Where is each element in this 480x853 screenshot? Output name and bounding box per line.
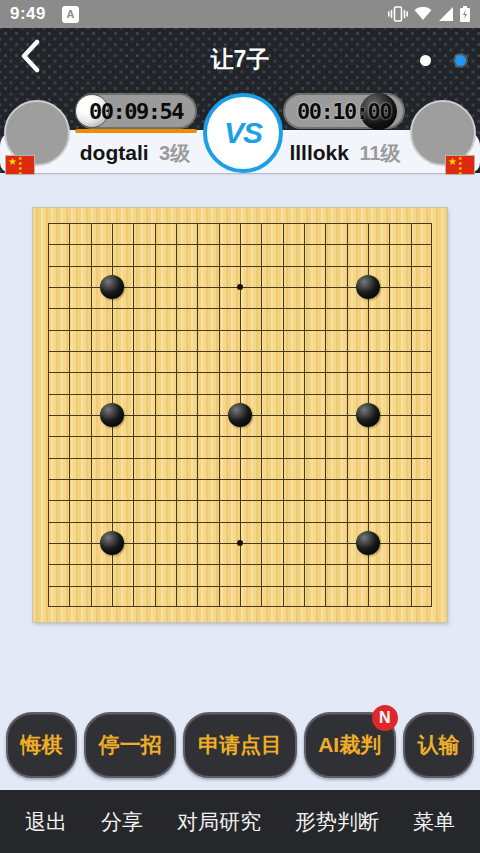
board-cell [69, 372, 90, 393]
board-cell [48, 479, 69, 500]
board-cell [48, 223, 69, 244]
board-cell [155, 266, 176, 287]
board-cell [197, 522, 218, 543]
page-indicator [420, 55, 466, 66]
board-cell [325, 564, 346, 585]
board-cell [176, 330, 197, 351]
board-cell [304, 586, 325, 607]
ime-a-icon: A [62, 6, 79, 23]
board-cell [325, 394, 346, 415]
board-cell [304, 244, 325, 265]
board-cell [304, 287, 325, 308]
board-cell [48, 372, 69, 393]
board-cell [261, 308, 282, 329]
board-cell [69, 564, 90, 585]
board-cell [176, 436, 197, 457]
board-cell [389, 308, 410, 329]
board-cell [219, 543, 240, 564]
board-cell [347, 223, 368, 244]
board-cell [304, 543, 325, 564]
action-button-pause-move[interactable]: 停一招 [84, 712, 176, 778]
black-stone [100, 531, 124, 555]
board-cell [325, 287, 346, 308]
board-cell [240, 223, 261, 244]
action-button-ai-referee[interactable]: AI裁判N [304, 712, 396, 778]
board-cell [389, 266, 410, 287]
white-player-name-row: dogtali 3级 [40, 140, 230, 167]
board-cell [261, 522, 282, 543]
board-cell [155, 522, 176, 543]
board-cell [325, 415, 346, 436]
black-stone [100, 403, 124, 427]
white-player-name: dogtali [80, 141, 149, 164]
board-cell [304, 308, 325, 329]
board-cell [133, 415, 154, 436]
board-cell [176, 500, 197, 521]
board-cell [304, 394, 325, 415]
board-cell [411, 479, 432, 500]
board-cell [240, 351, 261, 372]
board-cell [48, 564, 69, 585]
board-cell [197, 266, 218, 287]
board-cell [411, 330, 432, 351]
board-cell [69, 436, 90, 457]
action-button-undo[interactable]: 悔棋 [6, 712, 77, 778]
board-cell [368, 564, 389, 585]
board-cell [325, 266, 346, 287]
board-cell [411, 372, 432, 393]
board-cell [197, 543, 218, 564]
board-cell [261, 458, 282, 479]
board-cell [219, 351, 240, 372]
board-cell [261, 415, 282, 436]
board-cell [219, 436, 240, 457]
board-cell [283, 543, 304, 564]
board-cell [347, 436, 368, 457]
board-cell [155, 415, 176, 436]
board-cell [48, 287, 69, 308]
board-cell [411, 458, 432, 479]
board-cell [112, 479, 133, 500]
board-cell [283, 287, 304, 308]
black-clock-time: 00:10:00 [297, 99, 391, 124]
nav-item-game-research[interactable]: 对局研究 [177, 808, 261, 836]
board-cell [304, 500, 325, 521]
board-cell [411, 586, 432, 607]
board-cell [368, 351, 389, 372]
board-cell [69, 522, 90, 543]
board-cell [133, 372, 154, 393]
board-cell [48, 522, 69, 543]
board-cell [347, 479, 368, 500]
board-cell [197, 372, 218, 393]
nav-item-share[interactable]: 分享 [101, 808, 143, 836]
board-cell [389, 500, 410, 521]
board-cell [48, 436, 69, 457]
signal-icon [438, 7, 454, 21]
board-cell [219, 479, 240, 500]
board-cell [48, 500, 69, 521]
board-cell [261, 436, 282, 457]
nav-item-position-judgment[interactable]: 形势判断 [295, 808, 379, 836]
board-cell [176, 308, 197, 329]
board-cell [325, 372, 346, 393]
board-cell [240, 500, 261, 521]
board-cell [240, 244, 261, 265]
board-cell [240, 586, 261, 607]
app-bar: 让7子 [0, 28, 480, 85]
vibrate-icon [388, 6, 408, 22]
page-dot-icon [420, 55, 431, 66]
board-cell [176, 479, 197, 500]
board-cell [240, 522, 261, 543]
board-cell [197, 351, 218, 372]
board-cell [411, 351, 432, 372]
board-cell [283, 415, 304, 436]
board-cell [261, 394, 282, 415]
board-cell [283, 244, 304, 265]
board-cell [112, 330, 133, 351]
board-cell [304, 436, 325, 457]
board-cell [283, 308, 304, 329]
black-stone [356, 275, 380, 299]
board-cell [112, 244, 133, 265]
status-bar: 9:49 A [0, 0, 480, 28]
board-cell [283, 586, 304, 607]
board-cell [133, 543, 154, 564]
board-cell [411, 287, 432, 308]
star-point [237, 540, 243, 546]
board-cell [261, 564, 282, 585]
board-cell [325, 223, 346, 244]
board-cell [155, 330, 176, 351]
black-player-name-row: llllokk 11级 [250, 140, 440, 167]
board-cell [283, 436, 304, 457]
board-cell [91, 436, 112, 457]
board-cell [411, 244, 432, 265]
board-cell [389, 522, 410, 543]
board-cell [69, 543, 90, 564]
board-cell [69, 266, 90, 287]
board-cell [411, 308, 432, 329]
board-cell [48, 586, 69, 607]
board-cell [347, 564, 368, 585]
board-cell [347, 351, 368, 372]
board-cell [69, 394, 90, 415]
board-cell [197, 479, 218, 500]
board-cell [91, 330, 112, 351]
board-cell [389, 330, 410, 351]
black-stone [356, 531, 380, 555]
board-cell [325, 351, 346, 372]
board-cell [155, 372, 176, 393]
board-cell [133, 500, 154, 521]
board-cell [325, 500, 346, 521]
board-cell [155, 351, 176, 372]
board-cell [325, 244, 346, 265]
board-cell [69, 415, 90, 436]
board-cell [304, 372, 325, 393]
board-cell [240, 543, 261, 564]
board-cell [133, 586, 154, 607]
board-cell [283, 564, 304, 585]
board-cell [69, 330, 90, 351]
board-cell [261, 330, 282, 351]
board-cell [133, 479, 154, 500]
board-cell [91, 308, 112, 329]
board-cell [133, 351, 154, 372]
star-point [237, 284, 243, 290]
board-cell [261, 372, 282, 393]
board-cell [261, 543, 282, 564]
board-cell [155, 287, 176, 308]
action-button-label: 申请点目 [198, 733, 282, 756]
board-cell [368, 223, 389, 244]
board-cell [219, 372, 240, 393]
go-board[interactable] [33, 208, 447, 622]
board-cell [176, 372, 197, 393]
board-cell [411, 415, 432, 436]
board-cell [133, 436, 154, 457]
white-player-flag-china: ★ ★★★★ [5, 155, 35, 175]
status-time: 9:49 [10, 4, 46, 24]
board-cell [176, 522, 197, 543]
board-cell [389, 479, 410, 500]
board-cell [283, 330, 304, 351]
action-button-label: 停一招 [99, 733, 162, 756]
page-title: 让7子 [0, 44, 480, 75]
board-cell [133, 330, 154, 351]
board-cell [219, 244, 240, 265]
board-cell [197, 586, 218, 607]
board-cell [133, 458, 154, 479]
board-cell [325, 586, 346, 607]
board-cell [176, 564, 197, 585]
board-cell [219, 564, 240, 585]
board-cell [283, 351, 304, 372]
board-cell [48, 266, 69, 287]
board-cell [176, 586, 197, 607]
board-cell [133, 564, 154, 585]
white-player-clock: 00:09:54 [75, 93, 197, 129]
board-cell [112, 564, 133, 585]
board-cell [69, 586, 90, 607]
board-cell [325, 308, 346, 329]
battery-icon [460, 6, 470, 22]
board-cell [48, 244, 69, 265]
bottom-nav: 退出分享对局研究形势判断菜单 [0, 790, 480, 853]
board-cell [197, 500, 218, 521]
board-cell [261, 500, 282, 521]
black-player-clock: 00:10:00 [283, 93, 405, 129]
board-cell [155, 500, 176, 521]
action-button-resign[interactable]: 认输 [403, 712, 474, 778]
board-cell [219, 458, 240, 479]
board-cell [48, 351, 69, 372]
board-cell [176, 266, 197, 287]
board-cell [91, 244, 112, 265]
action-button-row: 悔棋停一招申请点目AI裁判N认输 [0, 712, 480, 778]
board-cell [261, 479, 282, 500]
board-cell [219, 223, 240, 244]
board-cell [389, 223, 410, 244]
board-cell [347, 330, 368, 351]
board-cell [411, 436, 432, 457]
board-cell [91, 500, 112, 521]
board-cell [91, 223, 112, 244]
board-cell [368, 458, 389, 479]
black-stone [228, 403, 252, 427]
board-cell [347, 458, 368, 479]
board-cell [304, 351, 325, 372]
board-cell [347, 244, 368, 265]
board-cell [325, 436, 346, 457]
board-cell [304, 266, 325, 287]
board-cell [411, 223, 432, 244]
board-cell [240, 564, 261, 585]
board-cell [155, 458, 176, 479]
board-cell [304, 458, 325, 479]
board-cell [197, 458, 218, 479]
board-cell [176, 415, 197, 436]
board-cell [389, 436, 410, 457]
board-cell [240, 479, 261, 500]
board-cell [347, 586, 368, 607]
board-cell [112, 223, 133, 244]
board-cell [176, 287, 197, 308]
board-cell [304, 415, 325, 436]
board-cell [48, 543, 69, 564]
board-cell [91, 479, 112, 500]
board-cell [411, 394, 432, 415]
board-cell [133, 522, 154, 543]
board-cell [325, 543, 346, 564]
board-cell [389, 287, 410, 308]
board-cell [176, 351, 197, 372]
board-cell [48, 415, 69, 436]
black-player-name: llllokk [289, 141, 349, 164]
game-header-area: 让7子 00:09:54 ★ ★★★★ dogtali 3级 VS 00:10:… [0, 28, 480, 173]
board-cell [197, 436, 218, 457]
board-cell [176, 394, 197, 415]
black-stone [100, 275, 124, 299]
board-cell [304, 330, 325, 351]
board-cell [283, 394, 304, 415]
board-cell [261, 266, 282, 287]
board-cell [283, 458, 304, 479]
board-cell [368, 372, 389, 393]
board-cell [283, 500, 304, 521]
board-cell [283, 479, 304, 500]
board-cell [240, 308, 261, 329]
board-cell [133, 266, 154, 287]
board-cell [304, 564, 325, 585]
board-cell [69, 458, 90, 479]
board-cell [112, 586, 133, 607]
board-cell [240, 372, 261, 393]
board-cell [283, 522, 304, 543]
board-cell [48, 458, 69, 479]
board-cell [389, 564, 410, 585]
board-cell [368, 586, 389, 607]
board-cell [69, 223, 90, 244]
board-cell [304, 522, 325, 543]
board-cell [197, 223, 218, 244]
board-cell [347, 308, 368, 329]
board-cell [48, 394, 69, 415]
board-cell [389, 351, 410, 372]
board-cell [69, 479, 90, 500]
page-dot-active-icon [455, 55, 466, 66]
board-cell [155, 586, 176, 607]
board-cell [155, 394, 176, 415]
board-cell [411, 266, 432, 287]
board-cell [368, 500, 389, 521]
board-cell [176, 458, 197, 479]
board-cell [368, 479, 389, 500]
board-cell [133, 394, 154, 415]
action-button-request-count[interactable]: 申请点目 [183, 712, 296, 778]
black-stone [356, 403, 380, 427]
board-cell [240, 436, 261, 457]
board-cell [91, 564, 112, 585]
board-cell [197, 330, 218, 351]
board-cell [389, 586, 410, 607]
board-cell [368, 244, 389, 265]
board-cell [155, 436, 176, 457]
nav-item-menu[interactable]: 菜单 [413, 808, 455, 836]
board-cell [197, 415, 218, 436]
board-cell [176, 244, 197, 265]
board-cell [261, 287, 282, 308]
board-cell [283, 372, 304, 393]
board-cell [155, 543, 176, 564]
board-cell [368, 330, 389, 351]
board-cell [112, 351, 133, 372]
nav-item-exit[interactable]: 退出 [25, 808, 67, 836]
board-cell [197, 244, 218, 265]
board-cell [197, 308, 218, 329]
board-cell [219, 287, 240, 308]
board-cell [219, 586, 240, 607]
board-cell [283, 223, 304, 244]
board-cell [176, 223, 197, 244]
wifi-icon [414, 7, 432, 21]
board-cell [325, 479, 346, 500]
board-cell [325, 522, 346, 543]
board-cell [347, 372, 368, 393]
board-cell [240, 458, 261, 479]
board-cell [219, 500, 240, 521]
board-cell [240, 330, 261, 351]
board-cell [155, 564, 176, 585]
board-cell [389, 415, 410, 436]
board-cell [69, 500, 90, 521]
board-cell [219, 330, 240, 351]
board-cell [112, 458, 133, 479]
board-cell [283, 266, 304, 287]
board-cell [91, 372, 112, 393]
board-cell [155, 479, 176, 500]
board-cell [48, 330, 69, 351]
board-cell [91, 351, 112, 372]
white-player-rank: 3级 [159, 142, 190, 164]
board-cell [48, 308, 69, 329]
board-cell [240, 287, 261, 308]
board-cell [411, 564, 432, 585]
board-cell [261, 586, 282, 607]
board-cell [133, 287, 154, 308]
